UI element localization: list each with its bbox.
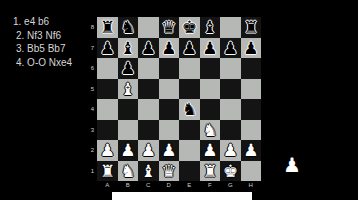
square-c4[interactable] [138, 99, 159, 120]
square-d6[interactable] [159, 58, 180, 79]
square-e4[interactable]: ♞ [179, 99, 200, 120]
square-f6[interactable] [200, 58, 221, 79]
black-pawn-piece: ♟ [141, 38, 156, 58]
square-e2[interactable] [179, 140, 200, 161]
black-pawn-piece: ♟ [182, 38, 197, 58]
square-g8[interactable] [220, 17, 241, 38]
rank-label-5: 5 [88, 79, 97, 100]
square-c2[interactable]: ♟ [138, 140, 159, 161]
file-label-g: G [220, 181, 241, 189]
black-knight-piece: ♞ [182, 99, 197, 119]
square-f1[interactable]: ♜ [200, 161, 221, 182]
black-knight-piece: ♞ [120, 17, 135, 37]
rank-label-6: 6 [88, 58, 97, 79]
white-pawn-piece: ♟ [100, 140, 115, 160]
rank-label-3: 3 [88, 120, 97, 141]
black-pawn-piece: ♟ [202, 38, 217, 58]
white-pawn-captured-icon: ♟ [283, 155, 301, 175]
black-pawn-piece: ♟ [243, 38, 258, 58]
white-pawn-piece: ♟ [243, 140, 258, 160]
square-c8[interactable] [138, 17, 159, 38]
file-label-e: E [179, 181, 200, 189]
square-e1[interactable] [179, 161, 200, 182]
board-grid[interactable]: ♜♞♛♚♝♜♟♝♟♟♟♟♟♟♟♝♞♞♟♟♟♟♟♟♟♜♞♝♛♜♚ [97, 17, 261, 181]
black-rook-piece: ♜ [100, 17, 115, 37]
file-label-b: B [118, 181, 139, 189]
square-e7[interactable]: ♟ [179, 38, 200, 59]
square-f3[interactable]: ♞ [200, 120, 221, 141]
square-b6[interactable]: ♟ [118, 58, 139, 79]
black-pawn-piece: ♟ [223, 38, 238, 58]
rank-label-7: 7 [88, 38, 97, 59]
square-a4[interactable] [97, 99, 118, 120]
square-g2[interactable]: ♟ [220, 140, 241, 161]
square-h5[interactable] [241, 79, 262, 100]
rank-label-8: 8 [88, 17, 97, 38]
square-e5[interactable] [179, 79, 200, 100]
square-a1[interactable]: ♜ [97, 161, 118, 182]
white-pawn-piece: ♟ [141, 140, 156, 160]
square-a5[interactable] [97, 79, 118, 100]
square-f7[interactable]: ♟ [200, 38, 221, 59]
black-bishop-piece: ♝ [202, 17, 217, 37]
file-label-d: D [159, 181, 180, 189]
white-queen-piece: ♛ [161, 161, 176, 181]
square-h3[interactable] [241, 120, 262, 141]
black-rook-piece: ♜ [243, 17, 258, 37]
move-list: 1. e4 b6 2. Nf3 Nf6 3. Bb5 Bb7 4. O-O Nx… [13, 15, 72, 69]
white-king-piece: ♚ [223, 161, 238, 181]
move-line-3: 3. Bb5 Bb7 [13, 42, 72, 56]
square-d8[interactable]: ♛ [159, 17, 180, 38]
square-b4[interactable] [118, 99, 139, 120]
square-a8[interactable]: ♜ [97, 17, 118, 38]
square-b2[interactable]: ♟ [118, 140, 139, 161]
white-pawn-piece: ♟ [120, 140, 135, 160]
square-c5[interactable] [138, 79, 159, 100]
white-bishop-piece: ♝ [141, 161, 156, 181]
black-pawn-piece: ♟ [100, 38, 115, 58]
move-line-1: 1. e4 b6 [13, 15, 72, 29]
white-pawn-piece: ♟ [223, 140, 238, 160]
square-h7[interactable]: ♟ [241, 38, 262, 59]
square-g5[interactable] [220, 79, 241, 100]
square-h1[interactable] [241, 161, 262, 182]
square-d5[interactable] [159, 79, 180, 100]
square-a6[interactable] [97, 58, 118, 79]
white-rook-piece: ♜ [100, 161, 115, 181]
rank-label-2: 2 [88, 140, 97, 161]
square-b5[interactable]: ♝ [118, 79, 139, 100]
black-queen-piece: ♛ [161, 17, 176, 37]
square-c3[interactable] [138, 120, 159, 141]
square-g7[interactable]: ♟ [220, 38, 241, 59]
square-f4[interactable] [200, 99, 221, 120]
square-c6[interactable] [138, 58, 159, 79]
square-b8[interactable]: ♞ [118, 17, 139, 38]
file-labels: ABCDEFGH [97, 181, 261, 189]
square-c1[interactable]: ♝ [138, 161, 159, 182]
square-d7[interactable]: ♟ [159, 38, 180, 59]
rank-label-1: 1 [88, 161, 97, 182]
square-f2[interactable]: ♟ [200, 140, 221, 161]
white-pawn-piece: ♟ [202, 140, 217, 160]
square-d3[interactable] [159, 120, 180, 141]
move-line-4: 4. O-O Nxe4 [13, 56, 72, 70]
square-b7[interactable]: ♝ [118, 38, 139, 59]
move-input-bar[interactable] [112, 192, 252, 200]
square-b1[interactable]: ♞ [118, 161, 139, 182]
square-e8[interactable]: ♚ [179, 17, 200, 38]
black-pawn-piece: ♟ [120, 58, 135, 78]
square-h6[interactable] [241, 58, 262, 79]
square-a7[interactable]: ♟ [97, 38, 118, 59]
square-d1[interactable]: ♛ [159, 161, 180, 182]
white-bishop-piece: ♝ [120, 79, 135, 99]
square-f8[interactable]: ♝ [200, 17, 221, 38]
square-e3[interactable] [179, 120, 200, 141]
captured-pieces-tray: ♟ [280, 152, 304, 178]
square-d4[interactable] [159, 99, 180, 120]
square-h8[interactable]: ♜ [241, 17, 262, 38]
file-label-a: A [97, 181, 118, 189]
square-b3[interactable] [118, 120, 139, 141]
rank-label-4: 4 [88, 99, 97, 120]
square-h2[interactable]: ♟ [241, 140, 262, 161]
black-bishop-piece: ♝ [120, 38, 135, 58]
square-a3[interactable] [97, 120, 118, 141]
square-a2[interactable]: ♟ [97, 140, 118, 161]
square-f5[interactable] [200, 79, 221, 100]
file-label-c: C [138, 181, 159, 189]
square-h4[interactable] [241, 99, 262, 120]
chess-board: 87654321 ♜♞♛♚♝♜♟♝♟♟♟♟♟♟♟♝♞♞♟♟♟♟♟♟♟♜♞♝♛♜♚… [88, 14, 264, 189]
square-g3[interactable] [220, 120, 241, 141]
chess-app: 1. e4 b6 2. Nf3 Nf6 3. Bb5 Bb7 4. O-O Nx… [0, 0, 358, 200]
white-knight-piece: ♞ [120, 161, 135, 181]
black-king-piece: ♚ [182, 17, 197, 37]
square-c7[interactable]: ♟ [138, 38, 159, 59]
rank-labels: 87654321 [88, 17, 97, 181]
white-knight-piece: ♞ [202, 120, 217, 140]
square-g4[interactable] [220, 99, 241, 120]
white-rook-piece: ♜ [202, 161, 217, 181]
square-e6[interactable] [179, 58, 200, 79]
white-pawn-piece: ♟ [161, 140, 176, 160]
square-g1[interactable]: ♚ [220, 161, 241, 182]
move-line-2: 2. Nf3 Nf6 [13, 29, 72, 43]
square-d2[interactable]: ♟ [159, 140, 180, 161]
square-g6[interactable] [220, 58, 241, 79]
file-label-h: H [241, 181, 262, 189]
file-label-f: F [200, 181, 221, 189]
black-pawn-piece: ♟ [161, 38, 176, 58]
